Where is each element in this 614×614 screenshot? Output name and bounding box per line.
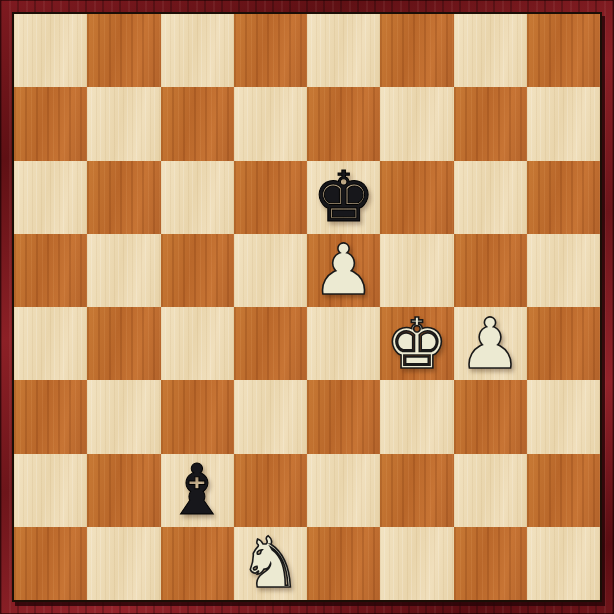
square-g4[interactable]: ♟ — [454, 307, 527, 380]
square-b8[interactable] — [87, 14, 160, 87]
square-b5[interactable] — [87, 234, 160, 307]
square-h4[interactable] — [527, 307, 600, 380]
square-g8[interactable] — [454, 14, 527, 87]
square-f7[interactable] — [380, 87, 453, 160]
square-d7[interactable] — [234, 87, 307, 160]
square-h8[interactable] — [527, 14, 600, 87]
square-c6[interactable] — [161, 161, 234, 234]
square-c4[interactable] — [161, 307, 234, 380]
square-f4[interactable]: ♚ — [380, 307, 453, 380]
square-a5[interactable] — [14, 234, 87, 307]
board-frame: ♚♟♚♟♝♞ — [0, 0, 614, 614]
square-c7[interactable] — [161, 87, 234, 160]
square-d8[interactable] — [234, 14, 307, 87]
square-c8[interactable] — [161, 14, 234, 87]
square-g5[interactable] — [454, 234, 527, 307]
square-b4[interactable] — [87, 307, 160, 380]
square-d5[interactable] — [234, 234, 307, 307]
square-h1[interactable] — [527, 527, 600, 600]
square-a1[interactable] — [14, 527, 87, 600]
square-d4[interactable] — [234, 307, 307, 380]
square-a8[interactable] — [14, 14, 87, 87]
square-h7[interactable] — [527, 87, 600, 160]
square-a3[interactable] — [14, 380, 87, 453]
square-c2[interactable]: ♝ — [161, 454, 234, 527]
square-c1[interactable] — [161, 527, 234, 600]
square-e1[interactable] — [307, 527, 380, 600]
white-knight-d1[interactable]: ♞ — [239, 528, 302, 598]
square-e3[interactable] — [307, 380, 380, 453]
square-g3[interactable] — [454, 380, 527, 453]
square-a2[interactable] — [14, 454, 87, 527]
square-f3[interactable] — [380, 380, 453, 453]
square-a4[interactable] — [14, 307, 87, 380]
white-pawn-g4[interactable]: ♟ — [459, 309, 522, 379]
square-h5[interactable] — [527, 234, 600, 307]
square-b2[interactable] — [87, 454, 160, 527]
square-e4[interactable] — [307, 307, 380, 380]
square-h3[interactable] — [527, 380, 600, 453]
square-g1[interactable] — [454, 527, 527, 600]
square-e5[interactable]: ♟ — [307, 234, 380, 307]
square-b3[interactable] — [87, 380, 160, 453]
square-f1[interactable] — [380, 527, 453, 600]
square-g2[interactable] — [454, 454, 527, 527]
black-king-e6[interactable]: ♚ — [312, 162, 375, 232]
square-e7[interactable] — [307, 87, 380, 160]
square-e6[interactable]: ♚ — [307, 161, 380, 234]
square-d2[interactable] — [234, 454, 307, 527]
square-h6[interactable] — [527, 161, 600, 234]
square-d3[interactable] — [234, 380, 307, 453]
square-c3[interactable] — [161, 380, 234, 453]
square-f6[interactable] — [380, 161, 453, 234]
square-g7[interactable] — [454, 87, 527, 160]
square-b1[interactable] — [87, 527, 160, 600]
square-d6[interactable] — [234, 161, 307, 234]
chess-board: ♚♟♚♟♝♞ — [12, 12, 602, 602]
square-a7[interactable] — [14, 87, 87, 160]
white-king-f4[interactable]: ♚ — [385, 309, 448, 379]
square-e2[interactable] — [307, 454, 380, 527]
square-f5[interactable] — [380, 234, 453, 307]
square-d1[interactable]: ♞ — [234, 527, 307, 600]
square-e8[interactable] — [307, 14, 380, 87]
black-bishop-c2[interactable]: ♝ — [166, 455, 229, 525]
white-pawn-e5[interactable]: ♟ — [312, 235, 375, 305]
square-c5[interactable] — [161, 234, 234, 307]
square-g6[interactable] — [454, 161, 527, 234]
square-b7[interactable] — [87, 87, 160, 160]
square-h2[interactable] — [527, 454, 600, 527]
square-b6[interactable] — [87, 161, 160, 234]
square-f2[interactable] — [380, 454, 453, 527]
square-f8[interactable] — [380, 14, 453, 87]
square-a6[interactable] — [14, 161, 87, 234]
